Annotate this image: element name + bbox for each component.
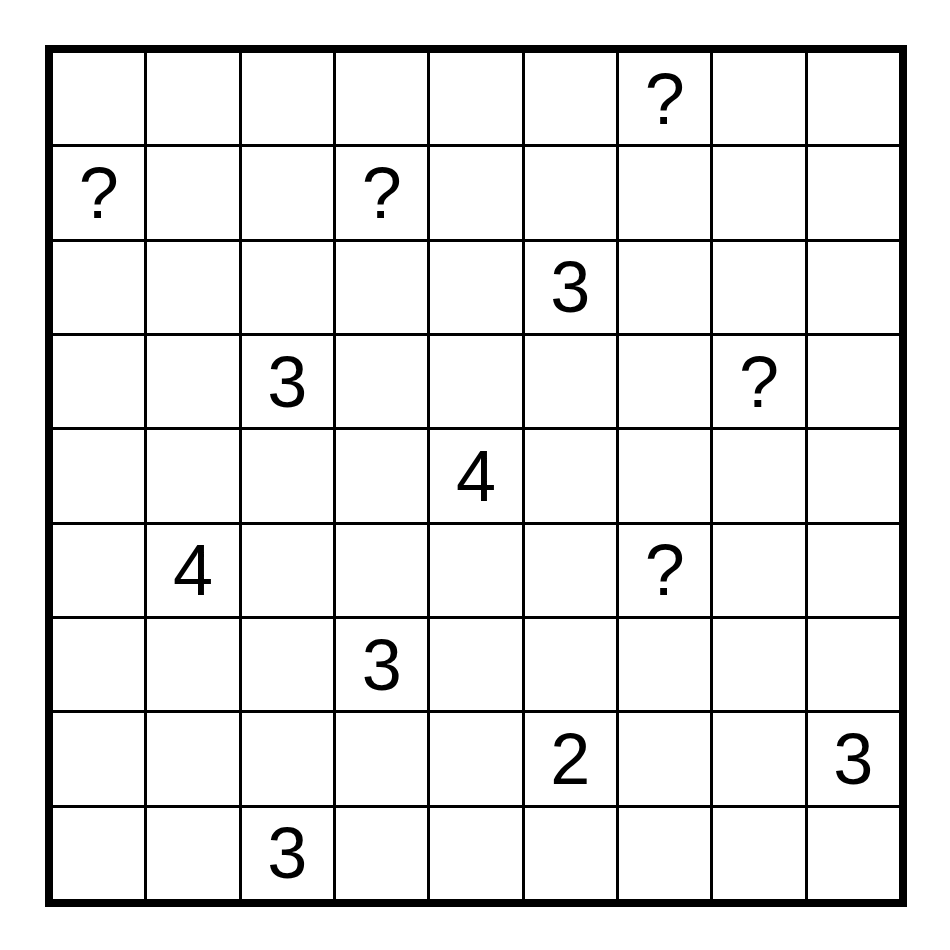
cell-r7c1[interactable] <box>53 619 144 710</box>
cell-r7c9[interactable] <box>808 619 899 710</box>
cell-r7c5[interactable] <box>430 619 521 710</box>
cell-r9c1[interactable] <box>53 808 144 899</box>
cell-r1c4[interactable] <box>336 53 427 144</box>
cell-r2c1: ? <box>53 147 144 238</box>
cell-r2c8[interactable] <box>713 147 804 238</box>
cell-r6c8[interactable] <box>713 525 804 616</box>
cell-r3c1[interactable] <box>53 242 144 333</box>
cell-r7c4: 3 <box>336 619 427 710</box>
cell-r3c6: 3 <box>525 242 616 333</box>
cell-r6c6[interactable] <box>525 525 616 616</box>
cell-r8c6: 2 <box>525 713 616 804</box>
cell-r4c8: ? <box>713 336 804 427</box>
cell-r8c7[interactable] <box>619 713 710 804</box>
cell-r3c8[interactable] <box>713 242 804 333</box>
cell-r3c2[interactable] <box>147 242 238 333</box>
cell-r4c5[interactable] <box>430 336 521 427</box>
cell-r9c2[interactable] <box>147 808 238 899</box>
cell-r2c4: ? <box>336 147 427 238</box>
cell-r9c9[interactable] <box>808 808 899 899</box>
cell-r6c7: ? <box>619 525 710 616</box>
cell-r5c8[interactable] <box>713 430 804 521</box>
cell-r8c2[interactable] <box>147 713 238 804</box>
cell-r4c2[interactable] <box>147 336 238 427</box>
cell-r5c5: 4 <box>430 430 521 521</box>
cell-r7c7[interactable] <box>619 619 710 710</box>
cell-r2c5[interactable] <box>430 147 521 238</box>
cell-r6c1[interactable] <box>53 525 144 616</box>
cell-r9c5[interactable] <box>430 808 521 899</box>
cell-r8c9: 3 <box>808 713 899 804</box>
cell-r8c5[interactable] <box>430 713 521 804</box>
cell-r4c6[interactable] <box>525 336 616 427</box>
cell-r7c8[interactable] <box>713 619 804 710</box>
cell-r7c3[interactable] <box>242 619 333 710</box>
cell-r5c1[interactable] <box>53 430 144 521</box>
cell-r9c4[interactable] <box>336 808 427 899</box>
cell-r5c4[interactable] <box>336 430 427 521</box>
cell-r4c4[interactable] <box>336 336 427 427</box>
cell-r5c6[interactable] <box>525 430 616 521</box>
cell-r1c9[interactable] <box>808 53 899 144</box>
cell-r3c4[interactable] <box>336 242 427 333</box>
cell-r1c8[interactable] <box>713 53 804 144</box>
cell-r3c7[interactable] <box>619 242 710 333</box>
cell-r1c7: ? <box>619 53 710 144</box>
cell-r3c3[interactable] <box>242 242 333 333</box>
cell-r5c3[interactable] <box>242 430 333 521</box>
cell-r8c4[interactable] <box>336 713 427 804</box>
cell-r1c2[interactable] <box>147 53 238 144</box>
minesweeper-board: ???33?44?3233 <box>45 45 907 907</box>
cell-r8c1[interactable] <box>53 713 144 804</box>
cell-r8c8[interactable] <box>713 713 804 804</box>
cell-r7c2[interactable] <box>147 619 238 710</box>
cell-r4c7[interactable] <box>619 336 710 427</box>
cell-r9c6[interactable] <box>525 808 616 899</box>
cell-r6c3[interactable] <box>242 525 333 616</box>
cell-r1c1[interactable] <box>53 53 144 144</box>
cell-r4c9[interactable] <box>808 336 899 427</box>
cell-r2c3[interactable] <box>242 147 333 238</box>
cell-r7c6[interactable] <box>525 619 616 710</box>
cell-r6c5[interactable] <box>430 525 521 616</box>
cell-r8c3[interactable] <box>242 713 333 804</box>
cell-r1c3[interactable] <box>242 53 333 144</box>
cell-r5c7[interactable] <box>619 430 710 521</box>
cell-r9c3: 3 <box>242 808 333 899</box>
cell-r4c1[interactable] <box>53 336 144 427</box>
cell-r6c2: 4 <box>147 525 238 616</box>
cell-r2c7[interactable] <box>619 147 710 238</box>
cell-r1c6[interactable] <box>525 53 616 144</box>
cell-r5c2[interactable] <box>147 430 238 521</box>
cell-r1c5[interactable] <box>430 53 521 144</box>
cell-r2c9[interactable] <box>808 147 899 238</box>
cell-r2c2[interactable] <box>147 147 238 238</box>
cell-r9c8[interactable] <box>713 808 804 899</box>
cell-r6c9[interactable] <box>808 525 899 616</box>
cell-r3c9[interactable] <box>808 242 899 333</box>
cell-r2c6[interactable] <box>525 147 616 238</box>
cell-r6c4[interactable] <box>336 525 427 616</box>
cell-r3c5[interactable] <box>430 242 521 333</box>
cell-r9c7[interactable] <box>619 808 710 899</box>
puzzle-page: ???33?44?3233 <box>0 0 950 950</box>
cell-r4c3: 3 <box>242 336 333 427</box>
cell-r5c9[interactable] <box>808 430 899 521</box>
